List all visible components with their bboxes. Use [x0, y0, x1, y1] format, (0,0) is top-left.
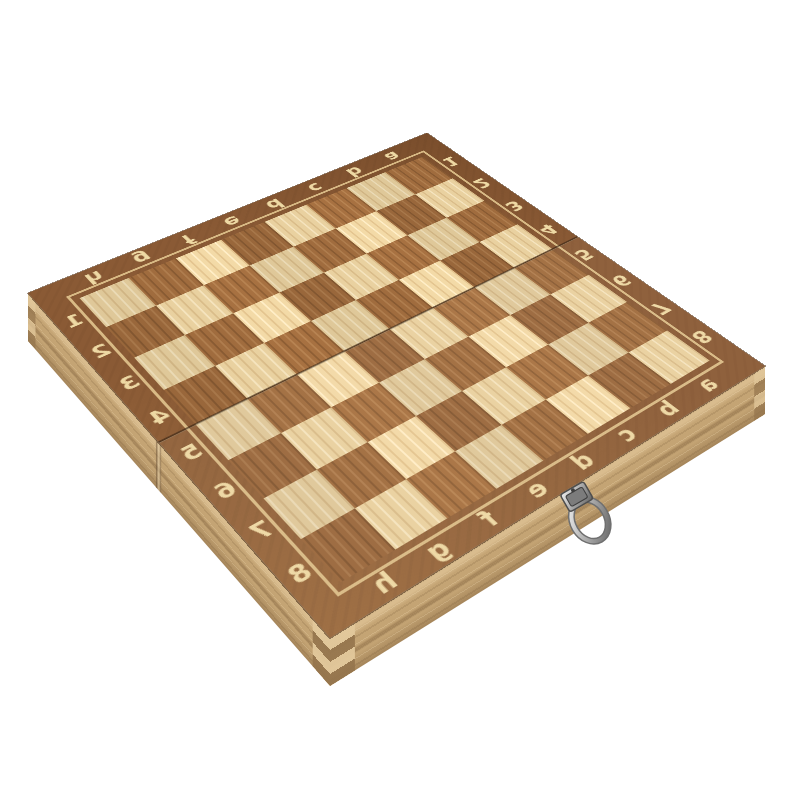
fold-hinge-notch: [156, 439, 161, 493]
chess-board: abcdefgh abcdefgh 12345678 12345678: [28, 133, 765, 638]
product-photo: abcdefgh abcdefgh 12345678 12345678: [0, 0, 800, 800]
latch-group: [557, 480, 616, 548]
metal-latch: [546, 478, 616, 558]
corner-finger-joints: [28, 293, 35, 350]
corner-finger-joints: [754, 366, 765, 421]
